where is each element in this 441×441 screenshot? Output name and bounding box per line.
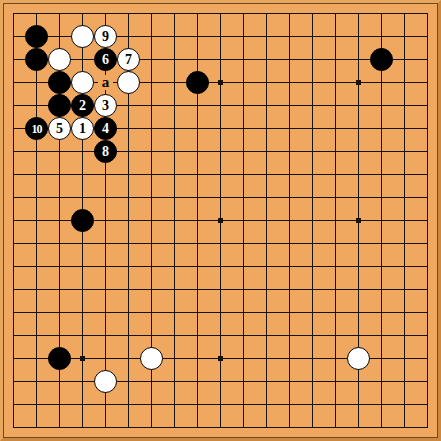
white-stone-move-1: 1 <box>71 117 94 140</box>
black-stone-move-8: 8 <box>94 140 117 163</box>
stones-layer: 96723105148 <box>0 0 441 441</box>
black-stone <box>48 347 71 370</box>
black-stone-move-2: 2 <box>71 94 94 117</box>
black-stone <box>48 94 71 117</box>
black-stone <box>25 25 48 48</box>
go-board: a 96723105148 <box>0 0 441 441</box>
black-stone <box>25 48 48 71</box>
white-stone <box>140 347 163 370</box>
white-stone <box>94 370 117 393</box>
black-stone-move-4: 4 <box>94 117 117 140</box>
white-stone-move-7: 7 <box>117 48 140 71</box>
black-stone-move-10: 10 <box>25 117 48 140</box>
black-stone <box>186 71 209 94</box>
white-stone <box>71 25 94 48</box>
white-stone <box>71 71 94 94</box>
black-stone <box>370 48 393 71</box>
white-stone-move-3: 3 <box>94 94 117 117</box>
white-stone <box>347 347 370 370</box>
white-stone <box>48 48 71 71</box>
white-stone-move-5: 5 <box>48 117 71 140</box>
black-stone <box>48 71 71 94</box>
black-stone-move-6: 6 <box>94 48 117 71</box>
black-stone <box>71 209 94 232</box>
white-stone <box>117 71 140 94</box>
white-stone-move-9: 9 <box>94 25 117 48</box>
